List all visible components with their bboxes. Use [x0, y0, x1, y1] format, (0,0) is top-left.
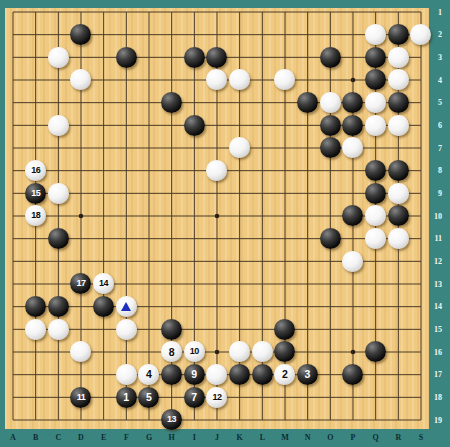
row-label: 3: [430, 53, 446, 63]
stone-white: [70, 341, 91, 362]
column-label: L: [252, 433, 272, 445]
stone-black: [342, 92, 363, 113]
move-number-label: 17: [76, 279, 85, 288]
stone-black: [93, 296, 114, 317]
stone-black: [365, 69, 386, 90]
column-label: P: [343, 433, 363, 445]
row-label: 6: [430, 121, 446, 131]
stone-white: [70, 69, 91, 90]
stone-black: [365, 341, 386, 362]
column-label: M: [275, 433, 295, 445]
stone-white: [48, 47, 69, 68]
row-label: 18: [430, 393, 446, 403]
stone-white: [252, 341, 273, 362]
move-number-label: 11: [77, 393, 86, 402]
stone-black: [320, 47, 341, 68]
move-number-label: 9: [191, 369, 197, 380]
stone-white: [206, 364, 227, 385]
stone-black: [25, 296, 46, 317]
row-label: 1: [430, 8, 446, 18]
stone-white: [116, 319, 137, 340]
stone-black: [229, 364, 250, 385]
stone-white: 8: [161, 341, 182, 362]
stone-white: [25, 319, 46, 340]
move-number-label: 2: [282, 369, 288, 380]
move-number-label: 16: [31, 166, 40, 175]
stone-black: [70, 24, 91, 45]
stone-white: 16: [25, 160, 46, 181]
column-label: R: [388, 433, 408, 445]
stone-white: 10: [184, 341, 205, 362]
board-grid[interactable]: 15179311157131618148104212: [2, 1, 432, 431]
move-number-label: 14: [99, 279, 108, 288]
stone-black: [161, 92, 182, 113]
stone-white: 2: [274, 364, 295, 385]
stone-black: 17: [70, 273, 91, 294]
stone-black: [365, 47, 386, 68]
stone-white: [116, 364, 137, 385]
move-number-label: 5: [146, 392, 152, 403]
row-label: 8: [430, 166, 446, 176]
stone-white: [206, 69, 227, 90]
stone-black: [342, 364, 363, 385]
column-label: D: [71, 433, 91, 445]
stone-black: 13: [161, 409, 182, 430]
move-number-label: 7: [191, 392, 197, 403]
stone-black: [388, 160, 409, 181]
row-label: 4: [430, 76, 446, 86]
row-label: 16: [430, 348, 446, 358]
row-label: 10: [430, 212, 446, 222]
move-number-label: 10: [190, 347, 199, 356]
stone-black: [342, 205, 363, 226]
column-label: C: [48, 433, 68, 445]
column-label: G: [139, 433, 159, 445]
row-label: 11: [430, 234, 446, 244]
stone-black: 3: [297, 364, 318, 385]
stone-white: [365, 228, 386, 249]
stone-black: [320, 115, 341, 136]
stone-black: [116, 47, 137, 68]
stone-white: [388, 228, 409, 249]
stone-black: [365, 160, 386, 181]
stone-white: [365, 92, 386, 113]
stone-black: [252, 364, 273, 385]
row-label: 14: [430, 302, 446, 312]
move-number-label: 18: [31, 211, 40, 220]
move-number-label: 3: [305, 369, 311, 380]
stone-white: [229, 137, 250, 158]
stone-white: [274, 69, 295, 90]
column-label: S: [411, 433, 431, 445]
stone-white: [388, 183, 409, 204]
stone-white: [365, 115, 386, 136]
stone-black: [342, 115, 363, 136]
stone-black: 1: [116, 387, 137, 408]
stone-black: [320, 137, 341, 158]
stone-black: [48, 228, 69, 249]
stone-white: [116, 296, 137, 317]
stone-black: 11: [70, 387, 91, 408]
stone-black: [388, 92, 409, 113]
stone-black: [206, 47, 227, 68]
stone-black: [274, 341, 295, 362]
column-label: Q: [366, 433, 386, 445]
column-label: N: [298, 433, 318, 445]
row-label: 12: [430, 257, 446, 267]
stone-white: 14: [93, 273, 114, 294]
stone-black: [184, 47, 205, 68]
stone-white: [229, 341, 250, 362]
stone-white: [206, 160, 227, 181]
column-label: E: [94, 433, 114, 445]
stone-white: [48, 319, 69, 340]
stone-black: 7: [184, 387, 205, 408]
row-label: 7: [430, 144, 446, 154]
stone-black: [184, 115, 205, 136]
column-label: J: [207, 433, 227, 445]
column-label: I: [184, 433, 204, 445]
move-number-label: 12: [212, 393, 221, 402]
move-number-label: 15: [31, 189, 40, 198]
column-label: F: [116, 433, 136, 445]
column-label: A: [3, 433, 23, 445]
move-number-label: 8: [169, 347, 175, 358]
stone-white: 18: [25, 205, 46, 226]
stone-white: [320, 92, 341, 113]
stone-white: 4: [138, 364, 159, 385]
triangle-mark-icon: [121, 302, 131, 311]
stone-white: [365, 205, 386, 226]
stone-black: [320, 228, 341, 249]
stone-white: [410, 24, 431, 45]
stone-black: 5: [138, 387, 159, 408]
row-label: 2: [430, 30, 446, 40]
move-number-label: 4: [146, 369, 152, 380]
stone-black: [48, 296, 69, 317]
stone-white: [48, 115, 69, 136]
stone-white: [388, 69, 409, 90]
stone-black: [388, 205, 409, 226]
column-label: B: [26, 433, 46, 445]
stone-black: [161, 319, 182, 340]
column-label: O: [320, 433, 340, 445]
row-label: 15: [430, 325, 446, 335]
column-label: H: [162, 433, 182, 445]
stone-black: [161, 364, 182, 385]
stone-black: [365, 183, 386, 204]
stone-white: [388, 47, 409, 68]
stone-black: 15: [25, 183, 46, 204]
go-board-screen: 15179311157131618148104212 ABCDEFGHIJKLM…: [0, 0, 450, 447]
row-label: 19: [430, 416, 446, 426]
stone-white: [342, 251, 363, 272]
stone-black: [297, 92, 318, 113]
row-label: 5: [430, 98, 446, 108]
stone-black: [388, 24, 409, 45]
row-label: 17: [430, 370, 446, 380]
row-label: 9: [430, 189, 446, 199]
stone-black: [274, 319, 295, 340]
move-number-label: 13: [167, 415, 176, 424]
move-number-label: 1: [123, 392, 129, 403]
stone-white: [48, 183, 69, 204]
row-label: 13: [430, 280, 446, 290]
stone-black: 9: [184, 364, 205, 385]
stone-white: [229, 69, 250, 90]
stone-white: [365, 24, 386, 45]
stone-white: [388, 115, 409, 136]
column-label: K: [230, 433, 250, 445]
stone-white: [342, 137, 363, 158]
stone-white: 12: [206, 387, 227, 408]
